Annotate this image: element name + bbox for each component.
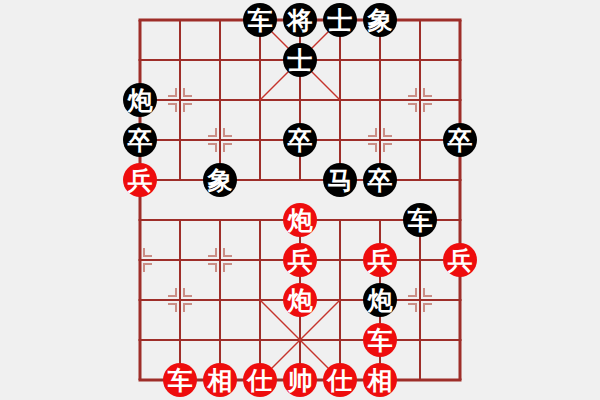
point-marker xyxy=(208,144,216,152)
point-marker xyxy=(408,288,416,296)
point-marker xyxy=(384,128,392,136)
piece-red-chariot[interactable]: 车 xyxy=(363,323,397,357)
piece-red-cannon[interactable]: 炮 xyxy=(283,203,317,237)
piece-red-chariot[interactable]: 车 xyxy=(163,363,197,397)
piece-red-soldier[interactable]: 兵 xyxy=(123,163,157,197)
point-marker xyxy=(184,88,192,96)
point-marker xyxy=(208,128,216,136)
point-marker xyxy=(168,304,176,312)
piece-red-general[interactable]: 帅 xyxy=(283,363,317,397)
point-marker xyxy=(184,288,192,296)
piece-black-chariot[interactable]: 车 xyxy=(243,3,277,37)
piece-black-advisor[interactable]: 士 xyxy=(323,3,357,37)
point-marker xyxy=(368,144,376,152)
point-marker xyxy=(168,88,176,96)
piece-black-soldier[interactable]: 卒 xyxy=(123,123,157,157)
point-marker xyxy=(184,304,192,312)
point-marker xyxy=(184,104,192,112)
piece-red-soldier[interactable]: 兵 xyxy=(283,243,317,277)
point-marker xyxy=(408,104,416,112)
piece-red-elephant[interactable]: 相 xyxy=(203,363,237,397)
point-marker xyxy=(408,88,416,96)
point-marker xyxy=(144,248,152,256)
point-marker xyxy=(384,144,392,152)
point-marker xyxy=(144,264,152,272)
piece-red-cannon[interactable]: 炮 xyxy=(283,283,317,317)
piece-black-chariot[interactable]: 车 xyxy=(403,203,437,237)
point-marker xyxy=(408,304,416,312)
piece-black-cannon[interactable]: 炮 xyxy=(363,283,397,317)
piece-red-elephant[interactable]: 相 xyxy=(363,363,397,397)
point-marker xyxy=(168,104,176,112)
piece-black-soldier[interactable]: 卒 xyxy=(363,163,397,197)
piece-black-elephant[interactable]: 象 xyxy=(363,3,397,37)
point-marker xyxy=(224,128,232,136)
point-marker xyxy=(424,288,432,296)
piece-black-horse[interactable]: 马 xyxy=(323,163,357,197)
point-marker xyxy=(224,248,232,256)
piece-black-soldier[interactable]: 卒 xyxy=(443,123,477,157)
piece-red-soldier[interactable]: 兵 xyxy=(363,243,397,277)
point-marker xyxy=(208,248,216,256)
point-marker xyxy=(224,144,232,152)
piece-black-general[interactable]: 将 xyxy=(283,3,317,37)
piece-black-soldier[interactable]: 卒 xyxy=(283,123,317,157)
piece-black-elephant[interactable]: 象 xyxy=(203,163,237,197)
piece-red-advisor[interactable]: 仕 xyxy=(323,363,357,397)
point-marker xyxy=(424,88,432,96)
point-marker xyxy=(168,288,176,296)
point-marker xyxy=(224,264,232,272)
point-marker xyxy=(424,104,432,112)
piece-black-cannon[interactable]: 炮 xyxy=(123,83,157,117)
piece-black-advisor[interactable]: 士 xyxy=(283,43,317,77)
point-marker xyxy=(368,128,376,136)
point-marker xyxy=(208,264,216,272)
piece-red-advisor[interactable]: 仕 xyxy=(243,363,277,397)
point-marker xyxy=(424,304,432,312)
piece-red-soldier[interactable]: 兵 xyxy=(443,243,477,277)
xiangqi-board[interactable]: 车将士象士炮卒卒卒兵象马卒炮车兵兵兵炮炮车车相仕帅仕相 xyxy=(0,0,600,400)
